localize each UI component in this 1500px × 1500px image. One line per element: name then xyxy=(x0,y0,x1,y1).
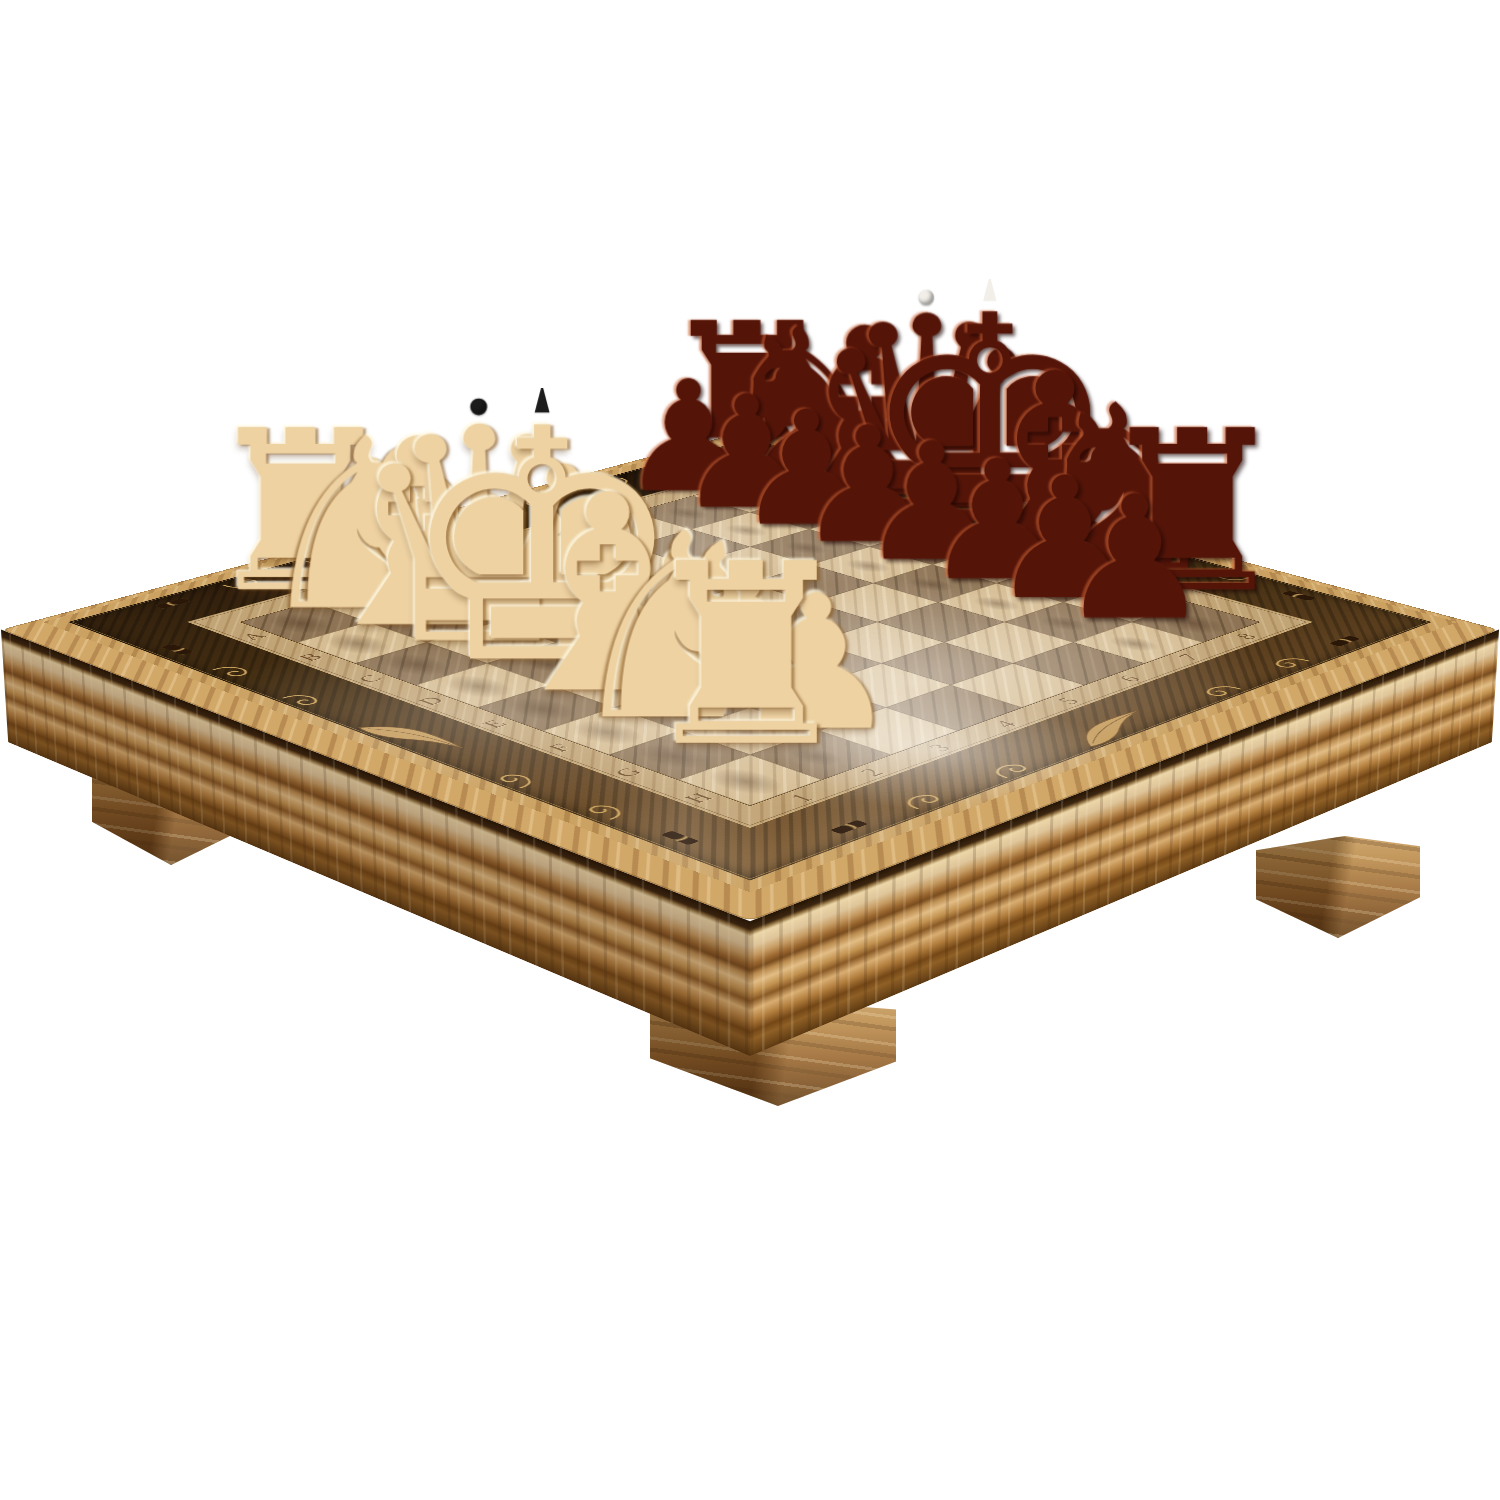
chess-piece-icon: ♜ xyxy=(634,531,858,781)
scroll-curl-icon xyxy=(1263,654,1316,672)
chess-set-product-photo: ♜♞♝♛♚♝♞♜♟♟♟♟♟♟♟♟♟♟♟♟♟♟♟♟♜♞♝♛♚♝♞♜ ABCDEFG… xyxy=(0,0,1500,1500)
scene: ♜♞♝♛♚♝♞♜♟♟♟♟♟♟♟♟♟♟♟♟♟♟♟♟♜♞♝♛♚♝♞♜ ABCDEFG… xyxy=(0,0,1500,1500)
scroll-curl-icon xyxy=(575,800,635,822)
chess-board: ♜♞♝♛♚♝♞♜♟♟♟♟♟♟♟♟♟♟♟♟♟♟♟♟♜♞♝♛♚♝♞♜ ABCDEFG… xyxy=(43,433,1457,892)
king-spike-finial xyxy=(983,275,996,301)
scroll-curl-icon xyxy=(487,770,546,791)
piece-black-pawn: ♟ xyxy=(972,473,1297,644)
corner-dots-icon xyxy=(161,644,193,655)
chess-piece-icon: ♟ xyxy=(1058,473,1211,644)
scroll-curl-icon xyxy=(206,663,260,681)
king-spike-finial xyxy=(534,384,549,413)
corner-dots-icon xyxy=(1329,636,1360,647)
scroll-curl-icon xyxy=(893,790,953,811)
scroll-curl-icon xyxy=(275,691,330,710)
corner-dots-icon xyxy=(830,820,868,834)
piece-white-rook: ♜ xyxy=(565,531,926,781)
scroll-curl-icon xyxy=(1194,682,1249,700)
scroll-curl-icon xyxy=(982,760,1040,781)
corner-dots-icon xyxy=(661,831,700,845)
